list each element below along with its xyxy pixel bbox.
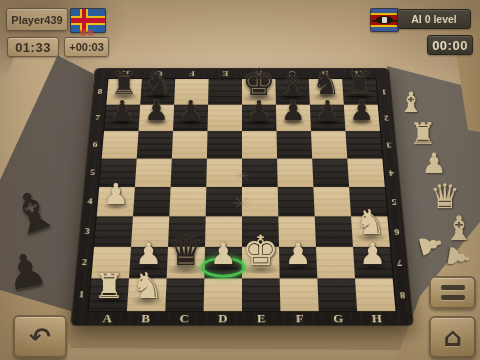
coordinate-label: 8 (91, 79, 108, 105)
square-d7[interactable] (208, 105, 242, 132)
piece-black-pawn-c7[interactable]: ♟ (178, 97, 202, 124)
square-h6[interactable] (345, 131, 382, 158)
square-h5[interactable] (347, 159, 385, 187)
undo-icon: ↶ (29, 322, 51, 352)
square-b4[interactable] (133, 187, 171, 216)
coordinate-label: 2 (378, 105, 396, 132)
white-increment: +00:03 (64, 37, 109, 57)
coordinate-label: E (209, 68, 242, 79)
square-f4[interactable] (278, 187, 315, 216)
coordinate-label: A (87, 311, 127, 326)
coordinate-label: F (280, 311, 319, 326)
square-g4[interactable] (313, 187, 351, 216)
coordinate-label: D (203, 311, 242, 326)
black-clock: 00:00 (427, 35, 473, 55)
square-f1[interactable] (280, 278, 319, 311)
center-star-ornament: ✳ (232, 193, 251, 214)
piece-white-pawn-h2[interactable]: ♟ (359, 240, 386, 270)
coordinate-label: H (357, 311, 397, 326)
square-a3[interactable] (94, 216, 133, 246)
menu-icon (441, 285, 465, 290)
coordinate-label: 3 (78, 216, 97, 246)
coordinate-label: 6 (387, 216, 406, 246)
coordinate-label: 2 (75, 247, 94, 279)
white-player-name: Player439 (6, 8, 68, 31)
captured-white-bishop: ♝ (444, 211, 474, 245)
piece-black-queen-c2[interactable]: ♛ (168, 231, 205, 272)
piece-black-pawn-a7[interactable]: ♟ (110, 97, 134, 124)
coordinate-label: 7 (390, 247, 409, 279)
coordinate-label: 4 (382, 159, 400, 187)
coordinate-label: B (126, 311, 165, 326)
game-screen: ABCDEFGH ABCDEFGH 87654321 87654321 ✳ ✳ … (0, 0, 480, 360)
white-clock: 01:33 (7, 37, 59, 57)
coordinate-label: 5 (83, 159, 101, 187)
square-a6[interactable] (102, 131, 139, 158)
captured-white-rook: ♜ (410, 119, 437, 149)
square-d6[interactable] (207, 131, 242, 158)
undo-button[interactable]: ↶ (13, 315, 67, 358)
piece-black-pawn-g7[interactable]: ♟ (315, 97, 339, 124)
center-star-ornament: ✳ (234, 166, 251, 185)
coordinate-label: C (165, 311, 204, 326)
square-g1[interactable] (317, 278, 357, 311)
piece-white-pawn-f2[interactable]: ♟ (285, 240, 312, 270)
piece-white-pawn-a4[interactable]: ♟ (103, 180, 129, 209)
square-c5[interactable] (171, 159, 207, 187)
square-g6[interactable] (311, 131, 347, 158)
square-c4[interactable] (169, 187, 206, 216)
coordinate-label: G (319, 311, 358, 326)
square-e6[interactable] (242, 131, 277, 158)
square-f6[interactable] (276, 131, 312, 158)
black-player-flag-eswatini (370, 8, 399, 32)
home-icon: ⌂ (443, 322, 462, 352)
square-f5[interactable] (277, 159, 313, 187)
square-d8[interactable] (208, 79, 242, 105)
coordinate-label: 6 (86, 131, 104, 158)
piece-white-king-e2[interactable]: ♚ (242, 231, 279, 272)
piece-white-rook-a1[interactable]: ♜ (93, 268, 124, 303)
black-player-name: AI 0 level (397, 9, 471, 29)
coordinate-label: 7 (89, 105, 107, 132)
coordinate-label: F (175, 68, 209, 79)
coordinate-label: 5 (385, 187, 404, 216)
square-g2[interactable] (316, 247, 355, 279)
home-button[interactable]: ⌂ (429, 316, 476, 358)
piece-white-knight-h3[interactable]: ♞ (355, 205, 386, 240)
piece-black-pawn-b7[interactable]: ♟ (144, 97, 168, 124)
square-b6[interactable] (137, 131, 173, 158)
coordinate-label: 1 (375, 79, 392, 105)
square-g5[interactable] (312, 159, 349, 187)
square-c6[interactable] (172, 131, 208, 158)
captured-white-pawn: ♟ (421, 150, 446, 178)
piece-black-pawn-e7[interactable]: ♟ (247, 97, 271, 124)
square-b5[interactable] (135, 159, 172, 187)
piece-white-pawn-d2[interactable]: ♟ (210, 240, 237, 270)
coordinate-label: E (242, 311, 281, 326)
coordinate-label: 8 (393, 278, 413, 311)
square-c1[interactable] (165, 278, 204, 311)
square-g3[interactable] (315, 216, 353, 246)
piece-black-pawn-h7[interactable]: ♟ (349, 97, 373, 124)
coordinate-label: 4 (81, 187, 100, 216)
piece-white-knight-b1[interactable]: ♞ (131, 267, 163, 303)
piece-black-pawn-f7[interactable]: ♟ (281, 97, 305, 124)
square-h1[interactable] (355, 278, 395, 311)
captured-white-bishop: ♝ (398, 89, 423, 117)
file-labels-bottom: ABCDEFGH (87, 311, 397, 326)
square-d1[interactable] (204, 278, 242, 311)
square-e1[interactable] (242, 278, 280, 311)
coordinate-label: 1 (71, 278, 91, 311)
menu-button[interactable] (429, 276, 476, 309)
captured-white-pawn: ♟ (442, 242, 474, 272)
coordinate-label: 3 (380, 131, 398, 158)
